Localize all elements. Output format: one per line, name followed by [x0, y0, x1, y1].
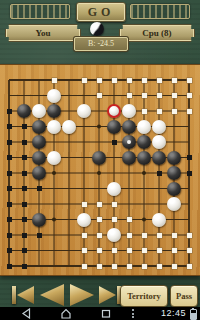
white-stone — [152, 135, 166, 149]
black-territory-marker — [22, 155, 27, 160]
white-territory-marker — [142, 264, 147, 269]
black-territory-marker — [22, 264, 27, 269]
battery-icon — [190, 309, 197, 320]
black-stone — [92, 151, 106, 165]
black-territory-marker — [22, 217, 27, 222]
black-stone — [32, 166, 46, 180]
pass-button[interactable]: Pass — [170, 285, 198, 307]
white-territory-marker — [97, 202, 102, 207]
black-stone — [122, 151, 136, 165]
white-territory-marker — [157, 93, 162, 98]
white-territory-marker — [82, 78, 87, 83]
white-territory-marker — [127, 264, 132, 269]
recents-icon[interactable] — [100, 308, 112, 319]
black-territory-marker — [157, 171, 162, 176]
black-territory-marker — [37, 186, 42, 191]
white-territory-marker — [82, 264, 87, 269]
white-territory-marker — [127, 233, 132, 238]
white-territory-marker — [112, 78, 117, 83]
black-stone — [32, 213, 46, 227]
black-territory-marker — [7, 155, 12, 160]
white-territory-marker — [172, 264, 177, 269]
white-dot-marker — [127, 140, 131, 144]
black-territory-marker — [7, 202, 12, 207]
black-stone — [107, 120, 121, 134]
white-territory-marker — [82, 233, 87, 238]
skip-to-end-icon[interactable] — [99, 286, 116, 304]
black-territory-marker — [22, 202, 27, 207]
white-territory-marker — [172, 109, 177, 114]
black-territory-marker — [22, 171, 27, 176]
black-territory-marker — [22, 140, 27, 145]
black-stone — [32, 151, 46, 165]
black-stone — [32, 135, 46, 149]
black-territory-marker — [112, 140, 117, 145]
white-stone — [107, 182, 121, 196]
white-territory-marker — [97, 78, 102, 83]
black-stone — [32, 120, 46, 134]
white-territory-marker — [187, 233, 192, 238]
white-stone — [47, 151, 61, 165]
black-territory-marker — [7, 264, 12, 269]
white-territory-marker — [142, 248, 147, 253]
territory-button[interactable]: Territory — [120, 285, 168, 307]
black-territory-marker — [22, 233, 27, 238]
white-stone — [152, 120, 166, 134]
white-stone — [32, 104, 46, 118]
white-stone — [107, 228, 121, 242]
white-territory-marker — [112, 202, 117, 207]
white-stone — [77, 213, 91, 227]
black-territory-marker — [22, 186, 27, 191]
player-right-plaque: Cpu (8) — [119, 24, 195, 42]
black-stone — [47, 104, 61, 118]
black-stone — [152, 151, 166, 165]
white-territory-marker — [82, 248, 87, 253]
back-icon[interactable] — [20, 308, 32, 319]
white-territory-marker — [97, 233, 102, 238]
go-app-screen: GO You Cpu (8) B: -24.5 — [0, 0, 200, 320]
white-territory-marker — [187, 109, 192, 114]
black-stone — [122, 120, 136, 134]
white-territory-marker — [97, 93, 102, 98]
black-territory-marker — [7, 124, 12, 129]
white-territory-marker — [127, 78, 132, 83]
white-territory-marker — [142, 109, 147, 114]
score-badge: B: -24.5 — [74, 37, 128, 51]
previous-move-button[interactable] — [40, 284, 64, 306]
black-territory-marker — [187, 155, 192, 160]
white-territory-marker — [172, 248, 177, 253]
black-territory-marker — [7, 171, 12, 176]
black-territory-marker — [7, 140, 12, 145]
marked-black-stone — [122, 135, 136, 149]
black-territory-marker — [7, 248, 12, 253]
white-territory-marker — [157, 233, 162, 238]
white-territory-marker — [97, 264, 102, 269]
white-stone — [167, 197, 181, 211]
black-stone — [137, 151, 151, 165]
white-territory-marker — [112, 264, 117, 269]
black-territory-marker — [7, 109, 12, 114]
home-icon[interactable] — [60, 308, 72, 319]
black-stone — [167, 151, 181, 165]
right-ornament — [130, 4, 190, 19]
black-territory-marker — [7, 233, 12, 238]
black-territory-marker — [7, 186, 12, 191]
white-territory-marker — [187, 248, 192, 253]
skip-to-start-button[interactable] — [12, 286, 16, 304]
white-territory-marker — [52, 78, 57, 83]
black-territory-marker — [37, 233, 42, 238]
clock: 12:45 — [161, 308, 186, 318]
next-move-button[interactable] — [70, 284, 94, 306]
white-territory-marker — [187, 78, 192, 83]
white-territory-marker — [127, 248, 132, 253]
white-stone — [47, 89, 61, 103]
white-territory-marker — [187, 264, 192, 269]
player-left-plaque: You — [5, 24, 81, 42]
white-territory-marker — [172, 233, 177, 238]
white-territory-marker — [157, 109, 162, 114]
white-territory-marker — [187, 93, 192, 98]
white-territory-marker — [157, 264, 162, 269]
black-stone — [167, 182, 181, 196]
white-territory-marker — [142, 233, 147, 238]
white-territory-marker — [127, 93, 132, 98]
white-territory-marker — [142, 78, 147, 83]
black-territory-marker — [7, 217, 12, 222]
last-move-white-stone — [107, 104, 121, 118]
white-territory-marker — [157, 78, 162, 83]
black-territory-marker — [22, 124, 27, 129]
white-stone — [77, 104, 91, 118]
white-territory-marker — [142, 93, 147, 98]
skip-to-start-icon[interactable] — [17, 286, 34, 304]
white-stone — [137, 120, 151, 134]
black-territory-marker — [22, 248, 27, 253]
black-stone — [17, 104, 31, 118]
white-territory-marker — [82, 202, 87, 207]
white-stone — [122, 104, 136, 118]
white-stone — [62, 120, 76, 134]
white-territory-marker — [172, 78, 177, 83]
white-territory-marker — [172, 93, 177, 98]
black-territory-marker — [187, 171, 192, 176]
android-navbar: 12:45 — [0, 307, 200, 320]
go-board[interactable] — [0, 64, 200, 276]
white-territory-marker — [127, 217, 132, 222]
white-stone — [152, 213, 166, 227]
yin-yang-ball-icon — [90, 22, 104, 36]
menu-overflow-icon[interactable] — [132, 309, 134, 318]
black-stone — [137, 135, 151, 149]
white-territory-marker — [112, 217, 117, 222]
white-territory-marker — [97, 248, 102, 253]
left-ornament — [10, 4, 70, 19]
white-stone — [47, 120, 61, 134]
white-territory-marker — [97, 217, 102, 222]
black-stone — [167, 166, 181, 180]
white-territory-marker — [157, 248, 162, 253]
white-territory-marker — [112, 248, 117, 253]
page-title: GO — [76, 2, 126, 22]
